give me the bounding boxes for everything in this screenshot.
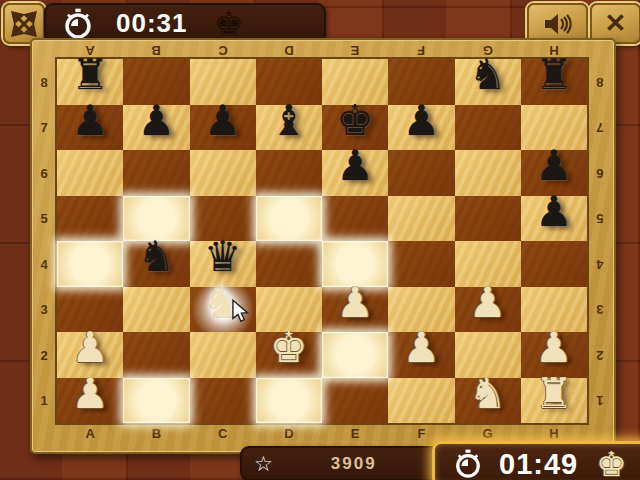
square-d6[interactable] [256, 150, 322, 196]
file-label-bottom-h: H [549, 426, 558, 441]
white-pawn-piece[interactable]: ♟ [336, 280, 374, 325]
file-label-bottom-a: A [85, 426, 94, 441]
white-knight-piece[interactable]: ♞ [469, 371, 507, 416]
white-rook-piece[interactable]: ♜ [535, 371, 573, 416]
rank-label-right-6: 6 [596, 165, 603, 180]
black-pawn-piece[interactable]: ♟ [138, 98, 176, 143]
square-c2[interactable] [190, 332, 256, 378]
rank-label-right-7: 7 [596, 120, 603, 135]
square-h5[interactable]: ♟ [521, 196, 587, 242]
white-pawn-piece[interactable]: ♟ [535, 325, 573, 370]
square-b4[interactable]: ♞ [123, 241, 189, 287]
file-label-top-f: F [417, 43, 425, 58]
rank-label-left-1: 1 [40, 393, 47, 408]
square-f6[interactable] [388, 150, 454, 196]
stopwatch-icon [62, 8, 94, 40]
white-pawn-piece[interactable]: ♟ [71, 371, 109, 416]
file-label-bottom-e: E [351, 426, 360, 441]
square-g1[interactable]: ♞ [455, 378, 521, 424]
black-rook-piece[interactable]: ♜ [535, 52, 573, 97]
square-f5[interactable] [388, 196, 454, 242]
square-f2[interactable]: ♟ [388, 332, 454, 378]
rank-label-left-3: 3 [40, 302, 47, 317]
file-label-bottom-b: B [152, 426, 161, 441]
square-e6[interactable]: ♟ [322, 150, 388, 196]
speaker-icon [541, 11, 575, 37]
square-d7[interactable]: ♝ [256, 105, 322, 151]
white-pawn-piece[interactable]: ♟ [469, 280, 507, 325]
black-knight-piece[interactable]: ♞ [469, 52, 507, 97]
black-queen-piece[interactable]: ♛ [204, 234, 242, 279]
rank-label-right-2: 2 [596, 347, 603, 362]
square-g8[interactable]: ♞ [455, 59, 521, 105]
white-clock-time: 01:49 [499, 448, 578, 480]
file-label-top-c: C [218, 43, 227, 58]
square-e5[interactable] [322, 196, 388, 242]
rank-label-right-3: 3 [596, 302, 603, 317]
rank-label-left-8: 8 [40, 74, 47, 89]
black-pawn-piece[interactable]: ♟ [535, 189, 573, 234]
square-h1[interactable]: ♜ [521, 378, 587, 424]
black-pawn-piece[interactable]: ♟ [535, 143, 573, 188]
rank-label-left-5: 5 [40, 211, 47, 226]
black-clock-time: 00:31 [116, 8, 188, 39]
file-label-bottom-c: C [218, 426, 227, 441]
square-a5[interactable] [57, 196, 123, 242]
black-pawn-piece[interactable]: ♟ [71, 98, 109, 143]
rank-label-left-4: 4 [40, 256, 47, 271]
black-rook-piece[interactable]: ♜ [71, 52, 109, 97]
square-b2[interactable] [123, 332, 189, 378]
file-label-bottom-g: G [483, 426, 493, 441]
file-label-top-d: D [284, 43, 293, 58]
black-bishop-piece[interactable]: ♝ [270, 98, 308, 143]
square-f4[interactable] [388, 241, 454, 287]
square-d1[interactable] [256, 378, 322, 424]
square-d4[interactable] [256, 241, 322, 287]
square-c7[interactable]: ♟ [190, 105, 256, 151]
rank-label-right-4: 4 [596, 256, 603, 271]
score-badge: ☆ 3909 [240, 446, 454, 480]
square-c4[interactable]: ♛ [190, 241, 256, 287]
black-knight-piece[interactable]: ♞ [138, 234, 176, 279]
black-king-icon: ♚ [214, 9, 244, 39]
board-squares: ♜♞♜♟♟♟♝♚♟♟♟♟♞♛♞♟♟♟♚♟♟♟♞♜ [57, 59, 587, 423]
square-a1[interactable]: ♟ [57, 378, 123, 424]
square-b1[interactable] [123, 378, 189, 424]
close-icon: ✕ [605, 8, 627, 39]
square-e1[interactable] [322, 378, 388, 424]
white-pawn-piece[interactable]: ♟ [71, 325, 109, 370]
square-g3[interactable]: ♟ [455, 287, 521, 333]
rank-label-right-5: 5 [596, 211, 603, 226]
square-f1[interactable] [388, 378, 454, 424]
square-a4[interactable] [57, 241, 123, 287]
square-g7[interactable] [455, 105, 521, 151]
square-f7[interactable]: ♟ [388, 105, 454, 151]
square-a6[interactable] [57, 150, 123, 196]
square-c6[interactable] [190, 150, 256, 196]
square-b7[interactable]: ♟ [123, 105, 189, 151]
file-label-top-b: B [152, 43, 161, 58]
square-g5[interactable] [455, 196, 521, 242]
square-e3[interactable]: ♟ [322, 287, 388, 333]
stopwatch-icon [453, 449, 483, 479]
black-king-piece[interactable]: ♚ [336, 98, 374, 143]
black-pawn-piece[interactable]: ♟ [403, 98, 441, 143]
chess-board: ♜♞♜♟♟♟♝♚♟♟♟♟♞♛♞♟♟♟♚♟♟♟♞♜ AABBCCDDEEFFGGH… [30, 38, 616, 454]
square-a7[interactable]: ♟ [57, 105, 123, 151]
square-e2[interactable] [322, 332, 388, 378]
expand-arrows-icon [11, 11, 37, 37]
rank-label-right-1: 1 [596, 393, 603, 408]
square-d5[interactable] [256, 196, 322, 242]
square-d2[interactable]: ♚ [256, 332, 322, 378]
square-h4[interactable] [521, 241, 587, 287]
file-label-bottom-f: F [417, 426, 425, 441]
star-icon: ☆ [254, 453, 273, 474]
square-h8[interactable]: ♜ [521, 59, 587, 105]
square-b6[interactable] [123, 150, 189, 196]
file-label-top-e: E [351, 43, 360, 58]
file-label-bottom-d: D [284, 426, 293, 441]
white-clock: 01:49 ♚ [432, 441, 640, 480]
rank-label-left-7: 7 [40, 120, 47, 135]
score-value: 3909 [331, 454, 377, 474]
white-king-piece[interactable]: ♚ [270, 325, 308, 370]
arrow-cursor [230, 299, 251, 323]
white-king-icon: ♚ [596, 449, 626, 479]
rank-label-left-2: 2 [40, 347, 47, 362]
black-pawn-piece[interactable]: ♟ [204, 98, 242, 143]
rank-label-left-6: 6 [40, 165, 47, 180]
black-pawn-piece[interactable]: ♟ [336, 143, 374, 188]
square-g6[interactable] [455, 150, 521, 196]
square-b3[interactable] [123, 287, 189, 333]
rank-label-right-8: 8 [596, 74, 603, 89]
white-pawn-piece[interactable]: ♟ [403, 325, 441, 370]
square-c1[interactable] [190, 378, 256, 424]
